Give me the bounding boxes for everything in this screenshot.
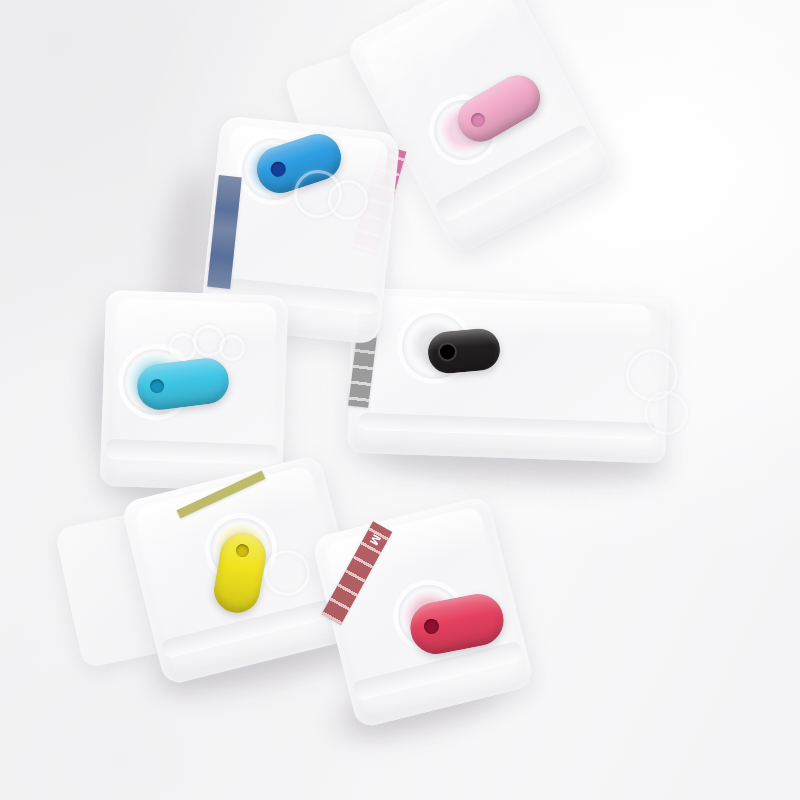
embossed-ring [644,391,688,435]
plug-hole [468,111,487,130]
plug-hole [235,543,250,558]
plug-hole [439,344,455,360]
product-photo: M [0,0,800,800]
plug-hole [423,618,441,636]
cartridge-magenta: M [318,492,533,727]
plug-hole [149,378,165,394]
embossed-ring [328,180,368,220]
embossed-ring [219,335,245,361]
plug-hole [269,160,288,179]
embossed-ring [264,550,310,596]
